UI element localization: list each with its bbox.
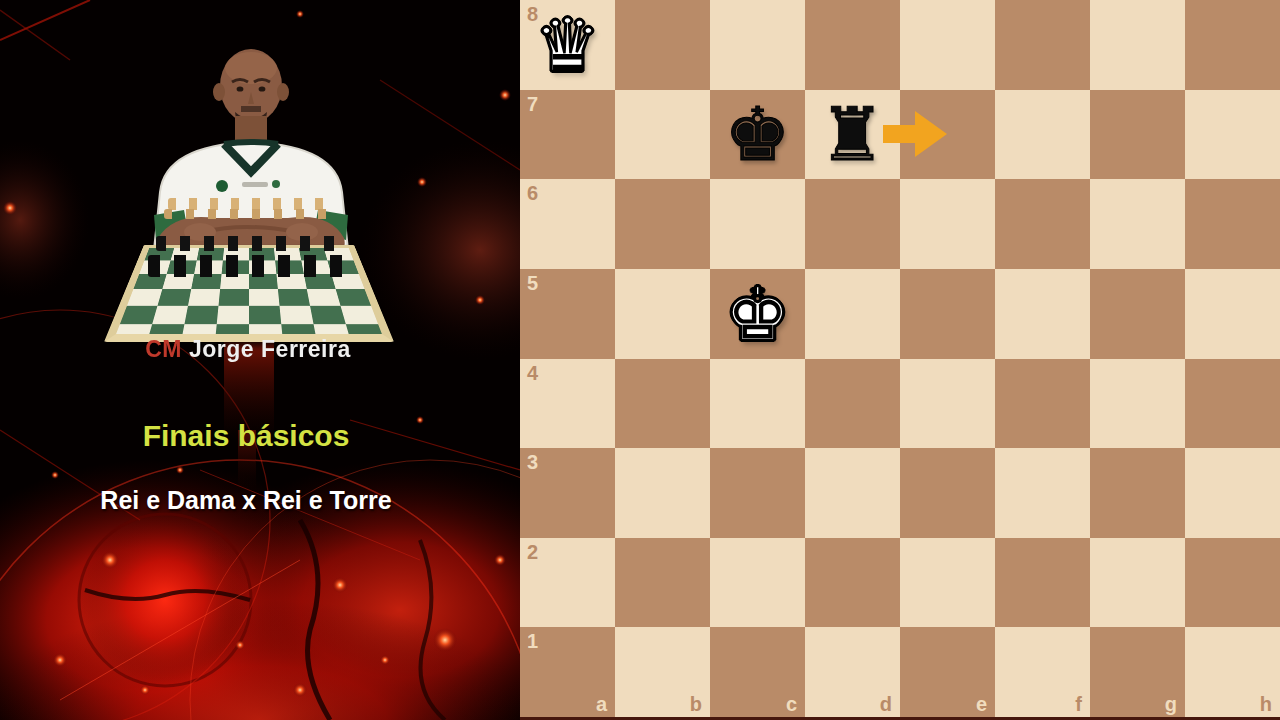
square-h1[interactable]: h — [1185, 627, 1280, 717]
square-a1[interactable]: 1a — [520, 627, 615, 717]
square-h6[interactable] — [1185, 179, 1280, 269]
square-c6[interactable] — [710, 179, 805, 269]
black-king-c7[interactable]: ♚ — [724, 97, 790, 171]
square-a7[interactable]: 7 — [520, 90, 615, 180]
square-d8[interactable] — [805, 0, 900, 90]
square-c8[interactable] — [710, 0, 805, 90]
file-label-d: d — [880, 694, 892, 714]
square-g1[interactable]: g — [1090, 627, 1185, 717]
square-f1[interactable]: f — [995, 627, 1090, 717]
rank-label-7: 7 — [527, 94, 538, 114]
square-c5[interactable]: ♚ — [710, 269, 805, 359]
instructor-photo — [104, 40, 394, 338]
instructor-name: Jorge Ferreira — [189, 336, 351, 362]
square-a6[interactable]: 6 — [520, 179, 615, 269]
square-d2[interactable] — [805, 538, 900, 628]
file-label-c: c — [786, 694, 797, 714]
rank-label-6: 6 — [527, 183, 538, 203]
rank-label-2: 2 — [527, 542, 538, 562]
white-king-c5[interactable]: ♚ — [724, 277, 790, 351]
square-h2[interactable] — [1185, 538, 1280, 628]
square-d7[interactable]: ♜ — [805, 90, 900, 180]
square-b2[interactable] — [615, 538, 710, 628]
board-area: 8♛7♚♜65♚4321abcdefgh — [520, 0, 1280, 717]
square-h3[interactable] — [1185, 448, 1280, 538]
photo-white-pawn-row — [164, 209, 340, 219]
square-e2[interactable] — [900, 538, 995, 628]
file-label-h: h — [1260, 694, 1272, 714]
square-e8[interactable] — [900, 0, 995, 90]
square-d4[interactable] — [805, 359, 900, 449]
file-label-e: e — [976, 694, 987, 714]
chess-board: 8♛7♚♜65♚4321abcdefgh — [520, 0, 1280, 717]
square-h7[interactable] — [1185, 90, 1280, 180]
square-g3[interactable] — [1090, 448, 1185, 538]
square-c2[interactable] — [710, 538, 805, 628]
lesson-subtitle: Rei e Dama x Rei e Torre — [0, 486, 506, 515]
square-c1[interactable]: c — [710, 627, 805, 717]
square-a3[interactable]: 3 — [520, 448, 615, 538]
square-f5[interactable] — [995, 269, 1090, 359]
rank-label-8: 8 — [527, 4, 538, 24]
file-label-a: a — [596, 694, 607, 714]
square-d5[interactable] — [805, 269, 900, 359]
square-d3[interactable] — [805, 448, 900, 538]
square-f4[interactable] — [995, 359, 1090, 449]
rank-label-1: 1 — [527, 631, 538, 651]
black-rook-d7[interactable]: ♜ — [819, 97, 885, 171]
rank-label-4: 4 — [527, 363, 538, 383]
square-c7[interactable]: ♚ — [710, 90, 805, 180]
instructor-caption: CMJorge Ferreira — [0, 336, 508, 363]
square-b7[interactable] — [615, 90, 710, 180]
square-a5[interactable]: 5 — [520, 269, 615, 359]
square-f7[interactable] — [995, 90, 1090, 180]
square-e5[interactable] — [900, 269, 995, 359]
square-h8[interactable] — [1185, 0, 1280, 90]
square-g4[interactable] — [1090, 359, 1185, 449]
square-e7[interactable] — [900, 90, 995, 180]
square-f6[interactable] — [995, 179, 1090, 269]
rank-label-3: 3 — [527, 452, 538, 472]
instructor-title-abbrev: CM — [145, 336, 182, 362]
square-b5[interactable] — [615, 269, 710, 359]
photo-black-pawn-row — [156, 236, 348, 251]
square-g8[interactable] — [1090, 0, 1185, 90]
square-e6[interactable] — [900, 179, 995, 269]
square-g2[interactable] — [1090, 538, 1185, 628]
square-b6[interactable] — [615, 179, 710, 269]
square-g6[interactable] — [1090, 179, 1185, 269]
square-h4[interactable] — [1185, 359, 1280, 449]
square-c3[interactable] — [710, 448, 805, 538]
square-g5[interactable] — [1090, 269, 1185, 359]
square-d6[interactable] — [805, 179, 900, 269]
square-e4[interactable] — [900, 359, 995, 449]
square-h5[interactable] — [1185, 269, 1280, 359]
square-d1[interactable]: d — [805, 627, 900, 717]
square-b8[interactable] — [615, 0, 710, 90]
file-label-b: b — [690, 694, 702, 714]
file-label-g: g — [1165, 694, 1177, 714]
square-a2[interactable]: 2 — [520, 538, 615, 628]
square-a4[interactable]: 4 — [520, 359, 615, 449]
file-label-f: f — [1075, 694, 1082, 714]
square-f8[interactable] — [995, 0, 1090, 90]
square-b1[interactable]: b — [615, 627, 710, 717]
square-b3[interactable] — [615, 448, 710, 538]
square-a8[interactable]: 8♛ — [520, 0, 615, 90]
square-c4[interactable] — [710, 359, 805, 449]
white-queen-a8[interactable]: ♛ — [534, 8, 600, 82]
square-b4[interactable] — [615, 359, 710, 449]
square-e1[interactable]: e — [900, 627, 995, 717]
square-f3[interactable] — [995, 448, 1090, 538]
lesson-title: Finais básicos — [0, 419, 506, 453]
square-e3[interactable] — [900, 448, 995, 538]
square-g7[interactable] — [1090, 90, 1185, 180]
photo-black-pieces-front-row — [148, 255, 356, 277]
left-panel: CMJorge Ferreira Finais básicos Rei e Da… — [0, 0, 520, 720]
rank-label-5: 5 — [527, 273, 538, 293]
square-f2[interactable] — [995, 538, 1090, 628]
